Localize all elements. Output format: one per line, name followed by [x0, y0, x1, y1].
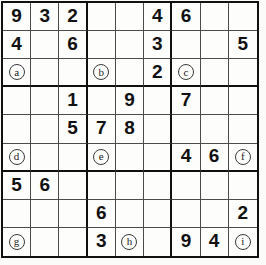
given-digit: 6: [209, 146, 220, 165]
cell-r4c2[interactable]: [31, 87, 59, 115]
cell-r8c1[interactable]: [3, 200, 31, 228]
cell-r2c9[interactable]: 5: [229, 31, 257, 59]
given-digit: 4: [209, 231, 220, 250]
cell-r2c2[interactable]: [31, 31, 59, 59]
cell-r1c9[interactable]: [229, 3, 257, 31]
cell-r7c9[interactable]: [229, 172, 257, 200]
cell-r1c5[interactable]: [116, 3, 144, 31]
cell-r6c5[interactable]: [116, 144, 144, 172]
cell-r8c7[interactable]: [172, 200, 200, 228]
cell-r3c6[interactable]: 2: [144, 59, 172, 87]
cell-r1c2[interactable]: 3: [31, 3, 59, 31]
cell-r8c6[interactable]: [144, 200, 172, 228]
cell-r8c9[interactable]: 2: [229, 200, 257, 228]
given-digit: 5: [11, 175, 22, 194]
given-digit: 3: [96, 231, 107, 250]
cell-r4c1[interactable]: [3, 87, 31, 115]
cell-r3c1[interactable]: a: [3, 59, 31, 87]
cell-r7c1[interactable]: 5: [3, 172, 31, 200]
given-digit: 9: [181, 231, 192, 250]
cell-r3c5[interactable]: [116, 59, 144, 87]
cell-r6c4[interactable]: e: [88, 144, 116, 172]
cell-r7c3[interactable]: [59, 172, 87, 200]
given-digit: 5: [238, 34, 249, 53]
cell-r2c6[interactable]: 3: [144, 31, 172, 59]
cell-r8c3[interactable]: [59, 200, 87, 228]
cell-r5c5[interactable]: 8: [116, 115, 144, 143]
given-digit: 4: [152, 6, 163, 25]
circled-letter-b: b: [93, 64, 109, 80]
cell-r1c8[interactable]: [201, 3, 229, 31]
cell-r3c9[interactable]: [229, 59, 257, 87]
circled-letter-h: h: [121, 234, 137, 250]
given-digit: 2: [152, 62, 163, 81]
cell-r7c6[interactable]: [144, 172, 172, 200]
cell-r3c8[interactable]: [201, 59, 229, 87]
cell-r8c8[interactable]: [201, 200, 229, 228]
cell-r8c2[interactable]: [31, 200, 59, 228]
cell-r6c8[interactable]: 6: [201, 144, 229, 172]
cell-r9c4[interactable]: 3: [88, 228, 116, 256]
cell-r5c1[interactable]: [3, 115, 31, 143]
cell-r5c7[interactable]: [172, 115, 200, 143]
given-digit: 2: [238, 203, 249, 222]
cell-r1c7[interactable]: 6: [172, 3, 200, 31]
sudoku-board: 932464635ab2c197578de46f5662g3h94i: [1, 1, 259, 258]
given-digit: 3: [152, 34, 163, 53]
sudoku-board-wrap: 932464635ab2c197578de46f5662g3h94i: [1, 1, 259, 258]
cell-r3c3[interactable]: [59, 59, 87, 87]
cell-r6c2[interactable]: [31, 144, 59, 172]
cell-r3c7[interactable]: c: [172, 59, 200, 87]
cell-r7c8[interactable]: [201, 172, 229, 200]
given-digit: 6: [67, 34, 78, 53]
cell-r9c6[interactable]: [144, 228, 172, 256]
cell-r8c4[interactable]: 6: [88, 200, 116, 228]
given-digit: 6: [40, 175, 51, 194]
cell-r2c5[interactable]: [116, 31, 144, 59]
cell-r2c8[interactable]: [201, 31, 229, 59]
circled-letter-c: c: [178, 64, 194, 80]
cell-r7c2[interactable]: 6: [31, 172, 59, 200]
given-digit: 8: [124, 118, 135, 137]
given-digit: 7: [181, 90, 192, 109]
given-digit: 9: [11, 6, 22, 25]
cell-r1c4[interactable]: [88, 3, 116, 31]
cell-r5c4[interactable]: 7: [88, 115, 116, 143]
cell-r3c2[interactable]: [31, 59, 59, 87]
cell-r4c4[interactable]: [88, 87, 116, 115]
cell-r2c1[interactable]: 4: [3, 31, 31, 59]
cell-r8c5[interactable]: [116, 200, 144, 228]
cell-r5c8[interactable]: [201, 115, 229, 143]
cell-r6c7[interactable]: 4: [172, 144, 200, 172]
given-digit: 4: [11, 34, 22, 53]
cell-r5c6[interactable]: [144, 115, 172, 143]
cell-r1c6[interactable]: 4: [144, 3, 172, 31]
cell-r9c2[interactable]: [31, 228, 59, 256]
cell-r1c3[interactable]: 2: [59, 3, 87, 31]
cell-r2c3[interactable]: 6: [59, 31, 87, 59]
cell-r2c7[interactable]: [172, 31, 200, 59]
cell-r6c9[interactable]: f: [229, 144, 257, 172]
cell-r6c1[interactable]: d: [3, 144, 31, 172]
given-digit: 6: [181, 6, 192, 25]
circled-letter-f: f: [235, 149, 251, 165]
cell-r4c6[interactable]: [144, 87, 172, 115]
cell-r4c3[interactable]: 1: [59, 87, 87, 115]
cell-r4c8[interactable]: [201, 87, 229, 115]
cell-r9c3[interactable]: [59, 228, 87, 256]
cell-r9c9[interactable]: i: [229, 228, 257, 256]
given-digit: 7: [96, 118, 107, 137]
given-digit: 2: [67, 6, 78, 25]
cell-r9c5[interactable]: h: [116, 228, 144, 256]
cell-r3c4[interactable]: b: [88, 59, 116, 87]
cell-r4c7[interactable]: 7: [172, 87, 200, 115]
circled-letter-d: d: [9, 149, 25, 165]
cell-r5c2[interactable]: [31, 115, 59, 143]
cell-r7c5[interactable]: [116, 172, 144, 200]
cell-r5c3[interactable]: 5: [59, 115, 87, 143]
given-digit: 4: [181, 146, 192, 165]
given-digit: 9: [124, 90, 135, 109]
circled-letter-e: e: [93, 149, 109, 165]
cell-r5c9[interactable]: [229, 115, 257, 143]
cell-r4c9[interactable]: [229, 87, 257, 115]
cell-r9c7[interactable]: 9: [172, 228, 200, 256]
given-digit: 6: [96, 203, 107, 222]
cell-r9c8[interactable]: 4: [201, 228, 229, 256]
cell-r1c1[interactable]: 9: [3, 3, 31, 31]
cell-r6c3[interactable]: [59, 144, 87, 172]
circled-letter-g: g: [9, 234, 25, 250]
cell-r7c7[interactable]: [172, 172, 200, 200]
circled-letter-a: a: [9, 64, 25, 80]
cell-r7c4[interactable]: [88, 172, 116, 200]
given-digit: 5: [67, 118, 78, 137]
given-digit: 3: [40, 6, 51, 25]
given-digit: 1: [67, 90, 78, 109]
cell-r4c5[interactable]: 9: [116, 87, 144, 115]
cell-r6c6[interactable]: [144, 144, 172, 172]
cell-r2c4[interactable]: [88, 31, 116, 59]
cell-r9c1[interactable]: g: [3, 228, 31, 256]
circled-letter-i: i: [235, 234, 251, 250]
